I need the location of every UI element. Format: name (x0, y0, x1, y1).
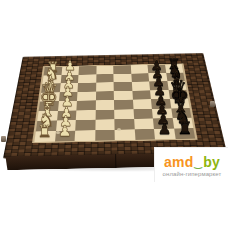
board-square (40, 92, 59, 101)
board-square (95, 91, 113, 100)
amd-by-logo: amd‿by (164, 154, 220, 170)
board-square (114, 91, 133, 100)
board-square (153, 118, 174, 129)
board-square (171, 108, 192, 118)
board-square (77, 83, 95, 92)
board-square (114, 82, 132, 91)
photo-scene: ♜♟♟♜♞♟♟♞♝♟♟♝♛♟♟♛♚♟♟♚♝♟♟♝♞♟♟♞♜♟♟♜ (0, 0, 228, 228)
board-square (76, 110, 95, 120)
board-square (58, 92, 77, 101)
product-photo: ♜♟♟♜♞♟♟♞♝♟♟♝♛♟♟♛♚♟♟♚♝♟♟♝♞♟♟♞♜♟♟♜ amd‿by … (0, 0, 228, 228)
board-square (41, 83, 60, 92)
board-square (75, 120, 95, 131)
board-square (169, 98, 189, 108)
watermark-amd-by: amd‿by онлайн-гипермаркет (154, 147, 228, 182)
board-square (133, 109, 153, 119)
board-square (150, 90, 169, 99)
board-square (174, 128, 196, 139)
board-square (76, 100, 95, 110)
board-tilt-wrapper (0, 0, 228, 228)
board-square (151, 99, 171, 109)
board-square (154, 128, 175, 139)
hinge-dot (181, 126, 185, 129)
board-square (132, 99, 151, 109)
board-square (96, 82, 114, 91)
board-square (34, 131, 55, 142)
board-square (36, 120, 57, 131)
board-square (39, 101, 59, 111)
hinge-dot (117, 128, 121, 131)
board-square (95, 119, 115, 130)
board-square (149, 81, 168, 90)
logo-smile-icon: ‿ (195, 159, 203, 169)
board-square (168, 89, 188, 98)
board-square (114, 100, 133, 110)
board-square (152, 108, 172, 118)
chess-board (3, 53, 227, 158)
board-square (77, 91, 96, 100)
board-square (56, 120, 76, 131)
board-square (37, 111, 57, 121)
clasp-left (1, 136, 6, 142)
board-square (134, 129, 155, 140)
logo-suffix: by (203, 154, 220, 170)
board-square (95, 100, 114, 110)
board-square (114, 109, 133, 119)
board-square (57, 110, 77, 120)
board-square (58, 101, 77, 111)
board-square (75, 130, 95, 141)
board-square (95, 109, 114, 119)
hinge-dot (56, 131, 60, 134)
board-square (134, 118, 154, 129)
board-square (95, 130, 115, 141)
watermark-tagline: онлайн-гипермаркет (163, 171, 222, 177)
logo-prefix: amd (164, 154, 194, 170)
board-square (167, 81, 186, 90)
board-square (132, 90, 151, 99)
board-square (131, 81, 150, 90)
clasp-right (210, 101, 215, 107)
board-square (59, 83, 78, 92)
